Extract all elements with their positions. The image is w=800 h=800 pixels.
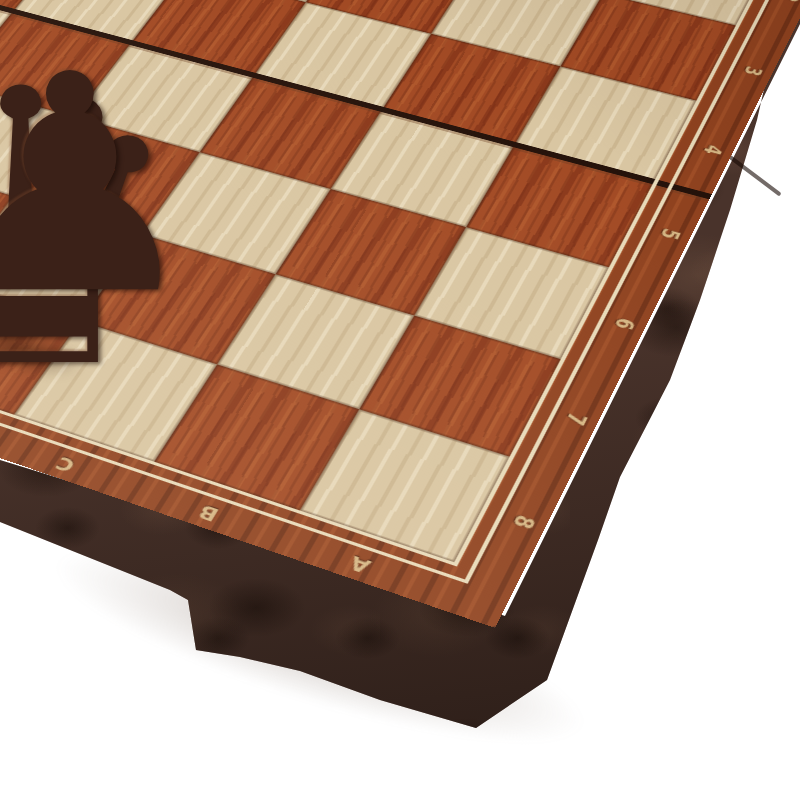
black-pawn: ♟ [0, 35, 220, 335]
scene: ABCDEFGH87654321 ♛ ♟ [0, 0, 800, 800]
